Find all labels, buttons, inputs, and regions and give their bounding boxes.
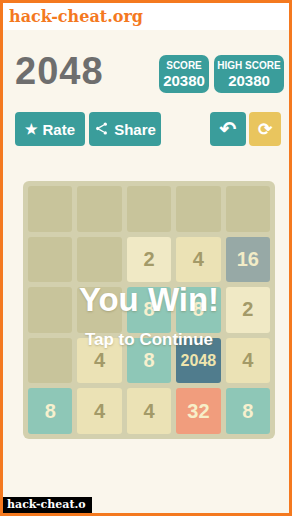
highscore-value: 20380 <box>214 72 284 89</box>
win-title: You Win! <box>23 281 275 319</box>
score-badge: SCORE 20380 <box>159 55 209 93</box>
highscore-badge: HIGH SCORE 20380 <box>214 55 284 93</box>
rate-button[interactable]: ★ Rate <box>15 112 85 146</box>
win-overlay[interactable]: You Win! Tap to Continue <box>23 181 275 439</box>
share-button[interactable]: Share <box>89 112 161 146</box>
highscore-label: HIGH SCORE <box>214 60 284 72</box>
undo-icon: ↶ <box>220 119 237 139</box>
tap-to-continue: Tap to Continue <box>23 329 275 351</box>
app-window: hack-cheat.org 2048 SCORE 20380 HIGH SCO… <box>0 0 292 516</box>
restart-button[interactable]: ⟳ <box>249 112 281 146</box>
watermark-chip: hack-cheat.o <box>3 497 92 513</box>
refresh-icon: ⟳ <box>258 121 272 138</box>
share-button-label: Share <box>114 121 156 138</box>
share-icon <box>94 121 109 138</box>
rate-button-label: Rate <box>43 121 76 138</box>
watermark-banner: hack-cheat.org <box>3 3 289 30</box>
page-title: 2048 <box>15 50 104 93</box>
score-value: 20380 <box>159 72 209 89</box>
star-icon: ★ <box>25 122 38 136</box>
watermark-banner-text: hack-cheat.org <box>9 7 143 26</box>
score-label: SCORE <box>159 60 209 72</box>
undo-button[interactable]: ↶ <box>210 112 246 146</box>
